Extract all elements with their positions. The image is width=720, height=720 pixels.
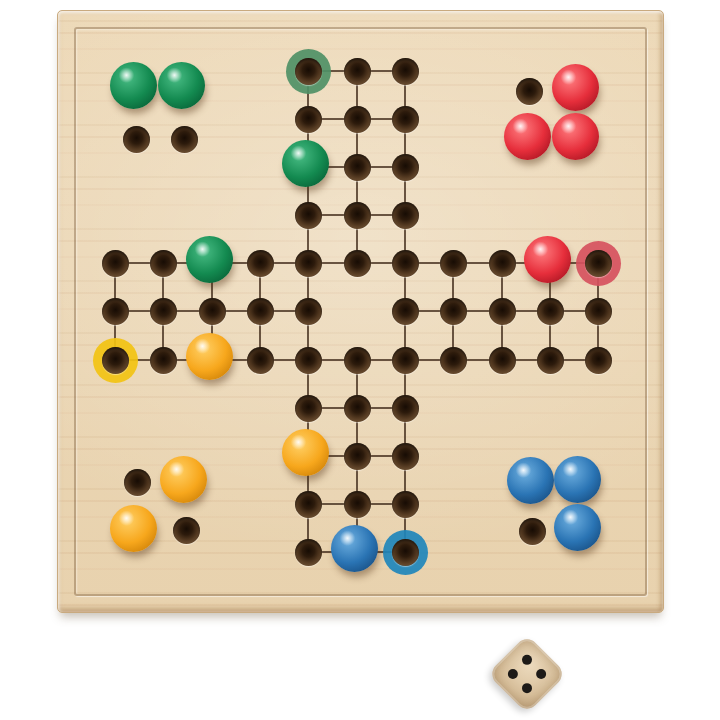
hole-r6c10 — [537, 298, 564, 325]
hole-r10c6 — [344, 491, 371, 518]
ball-green[interactable] — [186, 236, 233, 283]
hole-r6c3 — [199, 298, 226, 325]
hole-r7c7 — [392, 347, 419, 374]
ball-yellow[interactable] — [282, 429, 329, 476]
scene — [0, 0, 720, 720]
hole-r5c6 — [344, 250, 371, 277]
ball-yellow[interactable] — [186, 333, 233, 380]
hole-r6c8 — [440, 298, 467, 325]
ball-green[interactable] — [282, 140, 329, 187]
hole-r5c8 — [440, 250, 467, 277]
ball-green[interactable] — [110, 62, 157, 109]
home-hole-green-4 — [171, 126, 198, 153]
ball-yellow[interactable] — [160, 456, 207, 503]
hole-r8c5 — [295, 395, 322, 422]
ball-blue[interactable] — [554, 456, 601, 503]
die-pip — [534, 667, 548, 681]
hole-r7c2 — [150, 347, 177, 374]
hole-r5c5 — [295, 250, 322, 277]
ball-yellow[interactable] — [110, 505, 157, 552]
hole-r5c11 — [585, 250, 612, 277]
hole-r9c7 — [392, 443, 419, 470]
hole-r7c1 — [102, 347, 129, 374]
hole-r4c5 — [295, 202, 322, 229]
ball-red[interactable] — [524, 236, 571, 283]
ball-blue[interactable] — [331, 525, 378, 572]
hole-r2c7 — [392, 106, 419, 133]
home-hole-red-1 — [516, 78, 543, 105]
home-hole-blue-3 — [519, 518, 546, 545]
ball-blue[interactable] — [507, 457, 554, 504]
hole-r11c5 — [295, 539, 322, 566]
hole-r5c1 — [102, 250, 129, 277]
ball-red[interactable] — [552, 64, 599, 111]
home-hole-green-3 — [123, 126, 150, 153]
hole-r7c5 — [295, 347, 322, 374]
hole-r1c7 — [392, 58, 419, 85]
hole-r6c2 — [150, 298, 177, 325]
ball-blue[interactable] — [554, 504, 601, 551]
hole-r10c7 — [392, 491, 419, 518]
ball-red[interactable] — [504, 113, 551, 160]
board-overlay — [0, 0, 720, 720]
hole-r7c4 — [247, 347, 274, 374]
hole-r5c2 — [150, 250, 177, 277]
hole-r7c10 — [537, 347, 564, 374]
die-pip — [520, 681, 534, 695]
home-hole-yellow-4 — [173, 517, 200, 544]
die-pip — [506, 667, 520, 681]
hole-r7c6 — [344, 347, 371, 374]
hole-r6c7 — [392, 298, 419, 325]
hole-r2c6 — [344, 106, 371, 133]
hole-r6c11 — [585, 298, 612, 325]
hole-r1c6 — [344, 58, 371, 85]
hole-r8c7 — [392, 395, 419, 422]
hole-r6c9 — [489, 298, 516, 325]
hole-r3c6 — [344, 154, 371, 181]
hole-r8c6 — [344, 395, 371, 422]
hole-r4c7 — [392, 202, 419, 229]
hole-r10c5 — [295, 491, 322, 518]
hole-r3c7 — [392, 154, 419, 181]
hole-r7c11 — [585, 347, 612, 374]
ball-green[interactable] — [158, 62, 205, 109]
hole-r6c1 — [102, 298, 129, 325]
ball-red[interactable] — [552, 113, 599, 160]
die-pip — [520, 653, 534, 667]
hole-r7c8 — [440, 347, 467, 374]
hole-r4c6 — [344, 202, 371, 229]
hole-r9c6 — [344, 443, 371, 470]
hole-r5c7 — [392, 250, 419, 277]
hole-r5c4 — [247, 250, 274, 277]
hole-r7c9 — [489, 347, 516, 374]
hole-r5c9 — [489, 250, 516, 277]
hole-r1c5 — [295, 58, 322, 85]
hole-r6c4 — [247, 298, 274, 325]
hole-r2c5 — [295, 106, 322, 133]
hole-r6c5 — [295, 298, 322, 325]
hole-r11c7 — [392, 539, 419, 566]
home-hole-yellow-1 — [124, 469, 151, 496]
